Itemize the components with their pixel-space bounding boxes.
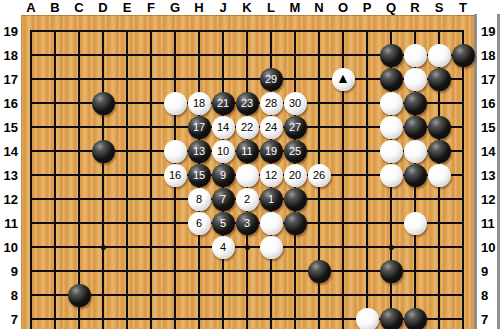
stone-black-N9[interactable] (308, 260, 331, 283)
move-number: 15 (193, 170, 205, 181)
move-number: 9 (220, 170, 226, 181)
go-board[interactable]: ABCDEFGHJKLMNOPQRST191918181717161615151… (0, 0, 500, 329)
move-number: 18 (193, 98, 205, 109)
stone-black-H14[interactable]: 13 (188, 140, 211, 163)
move-number: 19 (265, 146, 277, 157)
col-label-A: A (26, 0, 35, 15)
stone-white-G13[interactable]: 16 (164, 164, 187, 187)
col-label-G: G (170, 0, 180, 15)
row-label-left-7: 7 (0, 312, 18, 327)
col-label-S: S (435, 0, 444, 15)
row-label-right-7: 7 (481, 312, 499, 327)
move-number: 12 (265, 170, 277, 181)
move-number: 22 (241, 122, 253, 133)
stone-black-H13[interactable]: 15 (188, 164, 211, 187)
row-label-right-8: 8 (481, 288, 499, 303)
move-number: 2 (244, 194, 250, 205)
move-number: 16 (169, 170, 181, 181)
stone-black-K11[interactable]: 3 (236, 212, 259, 235)
move-number: 23 (241, 98, 253, 109)
stone-black-M15[interactable]: 27 (284, 116, 307, 139)
stone-black-J16[interactable]: 21 (212, 92, 235, 115)
move-number: 3 (244, 218, 250, 229)
move-number: 28 (265, 98, 277, 109)
row-label-left-14: 14 (0, 144, 18, 159)
stone-black-L12[interactable]: 1 (260, 188, 283, 211)
move-number: 8 (196, 194, 202, 205)
stone-white-R17[interactable] (404, 68, 427, 91)
row-label-left-15: 15 (0, 120, 18, 135)
stone-black-T18[interactable] (452, 44, 475, 67)
row-label-right-11: 11 (481, 216, 499, 231)
col-label-M: M (290, 0, 301, 15)
stone-white-S18[interactable] (428, 44, 451, 67)
move-number: 17 (193, 122, 205, 133)
col-label-E: E (123, 0, 132, 15)
stone-black-D16[interactable] (92, 92, 115, 115)
stone-white-R11[interactable] (404, 212, 427, 235)
move-number: 20 (289, 170, 301, 181)
col-label-D: D (98, 0, 107, 15)
stone-white-H11[interactable]: 6 (188, 212, 211, 235)
stone-black-M12[interactable] (284, 188, 307, 211)
move-number: 1 (268, 194, 274, 205)
move-number: 29 (265, 74, 277, 85)
row-label-left-10: 10 (0, 240, 18, 255)
stone-white-N13[interactable]: 26 (308, 164, 331, 187)
stone-white-G14[interactable] (164, 140, 187, 163)
grid-line-row-19 (30, 30, 464, 32)
stone-white-L16[interactable]: 28 (260, 92, 283, 115)
stone-white-M13[interactable]: 20 (284, 164, 307, 187)
stone-black-R13[interactable] (404, 164, 427, 187)
stone-white-S13[interactable] (428, 164, 451, 187)
move-number: 10 (217, 146, 229, 157)
stone-white-G16[interactable] (164, 92, 187, 115)
grid-line-col-B (54, 30, 56, 329)
stone-white-J14[interactable]: 10 (212, 140, 235, 163)
stone-white-L13[interactable]: 12 (260, 164, 283, 187)
row-label-right-12: 12 (481, 192, 499, 207)
col-label-P: P (363, 0, 372, 15)
move-number: 30 (289, 98, 301, 109)
grid-line-col-T (462, 30, 464, 329)
stone-white-O17[interactable]: ▲ (332, 68, 355, 91)
stone-white-L10[interactable] (260, 236, 283, 259)
row-label-left-12: 12 (0, 192, 18, 207)
stone-black-M14[interactable]: 25 (284, 140, 307, 163)
move-number: 26 (313, 170, 325, 181)
stone-black-J11[interactable]: 5 (212, 212, 235, 235)
grid-line-col-E (126, 30, 128, 329)
stone-white-H12[interactable]: 8 (188, 188, 211, 211)
stone-black-R7[interactable] (404, 308, 427, 329)
stone-white-Q14[interactable] (380, 140, 403, 163)
row-label-left-17: 17 (0, 72, 18, 87)
row-label-right-10: 10 (481, 240, 499, 255)
stone-black-J13[interactable]: 9 (212, 164, 235, 187)
stone-black-D14[interactable] (92, 140, 115, 163)
stone-white-L15[interactable]: 24 (260, 116, 283, 139)
col-label-J: J (219, 0, 226, 15)
row-label-left-16: 16 (0, 96, 18, 111)
star-point-Q10 (389, 245, 394, 250)
row-label-left-13: 13 (0, 168, 18, 183)
col-label-Q: Q (386, 0, 396, 15)
stone-black-L17[interactable]: 29 (260, 68, 283, 91)
row-label-right-16: 16 (481, 96, 499, 111)
col-label-T: T (459, 0, 467, 15)
col-label-H: H (194, 0, 203, 15)
col-label-C: C (74, 0, 83, 15)
stone-black-Q18[interactable] (380, 44, 403, 67)
row-label-right-15: 15 (481, 120, 499, 135)
triangle-marker-icon: ▲ (336, 71, 350, 85)
stone-white-M16[interactable]: 30 (284, 92, 307, 115)
move-number: 11 (241, 146, 252, 157)
row-label-right-19: 19 (481, 24, 499, 39)
move-number: 24 (265, 122, 277, 133)
row-label-left-11: 11 (0, 216, 18, 231)
grid-line-col-A (30, 30, 32, 329)
stone-black-L14[interactable]: 19 (260, 140, 283, 163)
row-label-right-9: 9 (481, 264, 499, 279)
stone-black-R16[interactable] (404, 92, 427, 115)
row-label-left-19: 19 (0, 24, 18, 39)
row-label-right-17: 17 (481, 72, 499, 87)
grid-line-col-F (150, 30, 152, 329)
row-label-right-18: 18 (481, 48, 499, 63)
move-number: 25 (289, 146, 301, 157)
stone-black-M11[interactable] (284, 212, 307, 235)
stone-black-S14[interactable] (428, 140, 451, 163)
col-label-O: O (338, 0, 348, 15)
row-label-left-9: 9 (0, 264, 18, 279)
col-label-R: R (410, 0, 419, 15)
row-label-left-8: 8 (0, 288, 18, 303)
move-number: 21 (217, 98, 229, 109)
move-number: 7 (220, 194, 226, 205)
stone-white-Q13[interactable] (380, 164, 403, 187)
stone-white-K13[interactable] (236, 164, 259, 187)
stone-white-J10[interactable]: 4 (212, 236, 235, 259)
stone-white-P7[interactable] (356, 308, 379, 329)
row-label-right-13: 13 (481, 168, 499, 183)
grid-line-col-P (366, 30, 368, 329)
stone-white-Q15[interactable] (380, 116, 403, 139)
grid-line-row-8 (30, 294, 464, 296)
stone-white-Q16[interactable] (380, 92, 403, 115)
col-label-N: N (314, 0, 323, 15)
stone-white-R18[interactable] (404, 44, 427, 67)
stone-white-K12[interactable]: 2 (236, 188, 259, 211)
stone-black-Q17[interactable] (380, 68, 403, 91)
row-label-left-18: 18 (0, 48, 18, 63)
move-number: 14 (217, 122, 229, 133)
stone-black-Q7[interactable] (380, 308, 403, 329)
stone-black-H15[interactable]: 17 (188, 116, 211, 139)
move-number: 5 (220, 218, 226, 229)
grid-line-col-D (102, 30, 104, 329)
stone-black-K14[interactable]: 11 (236, 140, 259, 163)
stone-black-S17[interactable] (428, 68, 451, 91)
col-label-L: L (267, 0, 275, 15)
move-number: 13 (193, 146, 205, 157)
star-point-D10 (101, 245, 106, 250)
row-label-right-14: 14 (481, 144, 499, 159)
star-point-K10 (245, 245, 250, 250)
stone-black-C8[interactable] (68, 284, 91, 307)
go-app-window: ABCDEFGHJKLMNOPQRST191918181717161615151… (0, 0, 500, 329)
stone-white-K15[interactable]: 22 (236, 116, 259, 139)
stone-white-R14[interactable] (404, 140, 427, 163)
stone-white-L11[interactable] (260, 212, 283, 235)
move-number: 4 (220, 242, 226, 253)
move-number: 27 (289, 122, 301, 133)
col-label-K: K (242, 0, 251, 15)
stone-black-R15[interactable] (404, 116, 427, 139)
stone-black-Q9[interactable] (380, 260, 403, 283)
stone-white-J15[interactable]: 14 (212, 116, 235, 139)
stone-black-K16[interactable]: 23 (236, 92, 259, 115)
stone-black-S15[interactable] (428, 116, 451, 139)
move-number: 6 (196, 218, 202, 229)
stone-black-J12[interactable]: 7 (212, 188, 235, 211)
stone-white-H16[interactable]: 18 (188, 92, 211, 115)
col-label-F: F (147, 0, 155, 15)
col-label-B: B (50, 0, 59, 15)
